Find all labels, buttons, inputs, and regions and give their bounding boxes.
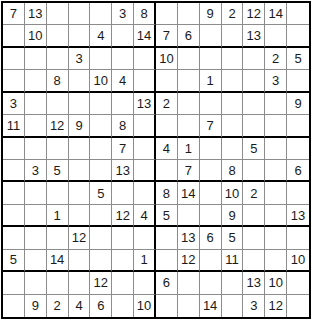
given-number: 2 (163, 97, 170, 110)
given-number: 10 (94, 74, 108, 87)
given-number: 10 (291, 253, 305, 266)
grid-cell[interactable]: 4 (112, 70, 134, 92)
grid-cell[interactable]: 8 (112, 115, 134, 137)
grid-cell[interactable] (3, 205, 25, 227)
given-number: 6 (294, 164, 301, 177)
grid-cell[interactable] (222, 48, 244, 70)
grid-cell[interactable] (25, 250, 47, 272)
grid-cell[interactable]: 1 (178, 138, 200, 160)
given-number: 1 (207, 74, 214, 87)
grid-cell[interactable]: 14 (265, 3, 287, 25)
grid-cell[interactable]: 6 (156, 272, 178, 294)
given-number: 6 (207, 231, 214, 244)
grid-cell[interactable] (25, 138, 47, 160)
grid-cell[interactable]: 10 (134, 295, 156, 317)
given-number: 3 (250, 299, 257, 312)
grid-cell[interactable] (112, 272, 134, 294)
given-number: 13 (247, 29, 261, 42)
grid-cell[interactable] (156, 115, 178, 137)
grid-cell[interactable] (134, 138, 156, 160)
given-number: 10 (28, 29, 42, 42)
grid-cell[interactable] (265, 115, 287, 137)
given-number: 3 (119, 7, 126, 20)
grid-cell[interactable] (287, 3, 309, 25)
grid-cell[interactable] (69, 182, 91, 204)
given-number: 13 (115, 164, 129, 177)
grid-cell[interactable]: 1 (47, 205, 69, 227)
grid-cell[interactable] (134, 227, 156, 249)
given-number: 8 (228, 164, 235, 177)
page: 7133892121410414761331025810413313291112… (0, 0, 312, 320)
grid-cell[interactable] (200, 25, 222, 47)
grid-cell[interactable]: 11 (3, 115, 25, 137)
grid-cell[interactable] (200, 205, 222, 227)
grid-cell[interactable] (156, 250, 178, 272)
grid-cell[interactable]: 13 (25, 3, 47, 25)
grid-cell[interactable]: 9 (222, 205, 244, 227)
given-number: 14 (50, 253, 64, 266)
given-number: 10 (268, 276, 282, 289)
grid-cell[interactable]: 10 (287, 250, 309, 272)
given-number: 12 (115, 209, 129, 222)
grid-cell[interactable] (90, 115, 112, 137)
grid-cell[interactable]: 3 (3, 93, 25, 115)
given-number: 3 (272, 74, 279, 87)
given-number: 14 (137, 29, 151, 42)
given-number: 13 (28, 7, 42, 20)
grid-cell[interactable] (112, 250, 134, 272)
given-number: 5 (228, 231, 235, 244)
grid-cell[interactable] (47, 138, 69, 160)
grid-cell[interactable]: 5 (90, 182, 112, 204)
grid-cell[interactable]: 7 (178, 160, 200, 182)
given-number: 6 (97, 299, 104, 312)
given-number: 13 (181, 231, 195, 244)
grid-cell[interactable]: 14 (47, 250, 69, 272)
grid-cell[interactable]: 3 (25, 160, 47, 182)
grid-cell[interactable] (25, 182, 47, 204)
grid-cell[interactable] (178, 205, 200, 227)
grid-cell[interactable] (287, 182, 309, 204)
grid-cell[interactable] (69, 205, 91, 227)
grid-cell[interactable] (134, 272, 156, 294)
grid-cell[interactable] (222, 115, 244, 137)
grid-cell[interactable]: 14 (178, 182, 200, 204)
grid-cell[interactable]: 7 (200, 115, 222, 137)
grid-cell[interactable]: 3 (69, 48, 91, 70)
grid-cell[interactable]: 5 (287, 48, 309, 70)
grid-cell[interactable] (222, 272, 244, 294)
grid-cell[interactable]: 10 (265, 272, 287, 294)
grid-cell[interactable]: 12 (112, 205, 134, 227)
grid-cell[interactable] (156, 3, 178, 25)
grid-cell[interactable] (69, 25, 91, 47)
grid-cell[interactable] (3, 70, 25, 92)
grid-cell[interactable] (47, 182, 69, 204)
grid-cell[interactable] (265, 250, 287, 272)
grid-cell[interactable]: 8 (222, 160, 244, 182)
given-number: 1 (54, 209, 61, 222)
grid-cell[interactable] (134, 70, 156, 92)
grid-cell[interactable] (287, 138, 309, 160)
given-number: 4 (75, 299, 82, 312)
grid-cell[interactable] (3, 182, 25, 204)
given-number: 9 (32, 299, 39, 312)
grid-cell[interactable] (178, 70, 200, 92)
grid-cell[interactable]: 10 (25, 25, 47, 47)
grid-cell[interactable]: 2 (222, 3, 244, 25)
grid-cell[interactable] (200, 93, 222, 115)
grid-cell[interactable]: 13 (287, 205, 309, 227)
grid-cell[interactable] (25, 48, 47, 70)
grid-cell[interactable]: 9 (200, 3, 222, 25)
grid-cell[interactable] (3, 160, 25, 182)
grid-cell[interactable] (265, 25, 287, 47)
grid-cell[interactable] (90, 205, 112, 227)
grid-cell[interactable]: 7 (3, 3, 25, 25)
given-number: 8 (140, 7, 147, 20)
grid-cell[interactable] (243, 48, 265, 70)
grid-cell[interactable] (265, 227, 287, 249)
grid-cell[interactable] (156, 70, 178, 92)
grid-cell[interactable] (134, 115, 156, 137)
grid-cell[interactable] (178, 93, 200, 115)
grid-cell[interactable]: 6 (200, 227, 222, 249)
given-number: 14 (203, 299, 217, 312)
grid-cell[interactable]: 10 (222, 182, 244, 204)
grid-cell[interactable]: 9 (25, 295, 47, 317)
given-number: 8 (54, 74, 61, 87)
grid-cell[interactable] (3, 272, 25, 294)
grid-cell[interactable] (25, 70, 47, 92)
grid-cell[interactable] (47, 93, 69, 115)
grid-cell[interactable]: 5 (243, 138, 265, 160)
grid-cell[interactable] (265, 138, 287, 160)
grid-cell[interactable] (25, 93, 47, 115)
grid-cell[interactable]: 3 (265, 70, 287, 92)
grid-cell[interactable] (243, 160, 265, 182)
given-number: 6 (185, 29, 192, 42)
grid-cell[interactable] (200, 48, 222, 70)
given-number: 13 (247, 276, 261, 289)
grid-cell[interactable]: 10 (156, 48, 178, 70)
grid-cell[interactable]: 2 (156, 93, 178, 115)
grid-cell[interactable] (222, 70, 244, 92)
grid-cell[interactable] (222, 295, 244, 317)
given-number: 5 (10, 253, 17, 266)
grid-cell[interactable]: 6 (287, 160, 309, 182)
given-number: 10 (225, 187, 239, 200)
grid-cell[interactable] (134, 160, 156, 182)
grid-cell[interactable] (243, 115, 265, 137)
given-number: 2 (272, 52, 279, 65)
grid-cell[interactable]: 8 (156, 182, 178, 204)
grid-cell[interactable] (178, 295, 200, 317)
grid-cell[interactable] (3, 48, 25, 70)
given-number: 10 (159, 52, 173, 65)
grid-cell[interactable] (287, 70, 309, 92)
grid-cell[interactable] (200, 272, 222, 294)
grid-cell[interactable] (112, 93, 134, 115)
grid-cell[interactable] (69, 272, 91, 294)
grid-cell[interactable]: 5 (156, 205, 178, 227)
given-number: 12 (50, 119, 64, 132)
grid-cell[interactable] (243, 93, 265, 115)
grid-cell[interactable] (265, 205, 287, 227)
given-number: 3 (75, 52, 82, 65)
grid-cell[interactable] (265, 93, 287, 115)
grid-cell[interactable] (3, 227, 25, 249)
grid-cell[interactable]: 13 (134, 93, 156, 115)
grid-cell[interactable] (222, 93, 244, 115)
grid-cell[interactable]: 12 (178, 250, 200, 272)
grid-cell[interactable]: 13 (243, 25, 265, 47)
grid-cell[interactable] (178, 115, 200, 137)
grid-cell[interactable]: 5 (222, 227, 244, 249)
grid-cell[interactable] (222, 138, 244, 160)
grid-cell[interactable] (287, 227, 309, 249)
sudoku-board: 7133892121410414761331025810413313291112… (1, 1, 311, 319)
grid-cell[interactable] (3, 25, 25, 47)
grid-cell[interactable] (134, 182, 156, 204)
grid-cell[interactable] (25, 227, 47, 249)
given-number: 7 (163, 29, 170, 42)
grid-cell[interactable]: 4 (156, 138, 178, 160)
given-number: 7 (185, 164, 192, 177)
grid-cell[interactable]: 8 (134, 3, 156, 25)
given-number: 12 (268, 299, 282, 312)
grid-cell[interactable] (200, 138, 222, 160)
given-number: 1 (185, 142, 192, 155)
given-number: 5 (250, 142, 257, 155)
grid-cell[interactable]: 7 (112, 138, 134, 160)
grid-cell[interactable] (112, 227, 134, 249)
grid-cell[interactable] (112, 48, 134, 70)
grid-cell[interactable] (287, 25, 309, 47)
grid-cell[interactable]: 13 (178, 227, 200, 249)
grid-cell[interactable] (156, 227, 178, 249)
grid-cell[interactable] (47, 48, 69, 70)
given-number: 8 (119, 119, 126, 132)
grid-cell[interactable]: 4 (90, 25, 112, 47)
grid-cell[interactable] (243, 227, 265, 249)
grid-cell[interactable] (69, 70, 91, 92)
grid-cell[interactable] (243, 205, 265, 227)
given-number: 4 (97, 29, 104, 42)
grid-cell[interactable] (90, 250, 112, 272)
given-number: 8 (163, 187, 170, 200)
grid-cell[interactable]: 12 (69, 227, 91, 249)
grid-cell[interactable] (90, 160, 112, 182)
grid-cell[interactable] (69, 93, 91, 115)
grid-cell[interactable]: 5 (47, 160, 69, 182)
grid-cell[interactable]: 2 (243, 182, 265, 204)
given-number: 14 (268, 7, 282, 20)
grid-cell[interactable] (47, 227, 69, 249)
grid-cell[interactable]: 12 (265, 295, 287, 317)
grid-cell[interactable] (112, 182, 134, 204)
grid-cell[interactable] (3, 138, 25, 160)
grid-cell[interactable] (69, 250, 91, 272)
grid-cell[interactable]: 3 (112, 3, 134, 25)
given-number: 11 (225, 253, 239, 266)
grid-cell[interactable]: 11 (222, 250, 244, 272)
grid-cell[interactable] (200, 250, 222, 272)
grid-cell[interactable] (243, 250, 265, 272)
grid-cell[interactable] (90, 227, 112, 249)
grid-cell[interactable] (69, 138, 91, 160)
grid-cell[interactable]: 1 (134, 250, 156, 272)
grid-cell[interactable] (200, 182, 222, 204)
given-number: 13 (137, 97, 151, 110)
grid-cell[interactable] (265, 182, 287, 204)
given-number: 6 (163, 276, 170, 289)
grid-cell[interactable] (3, 295, 25, 317)
grid-cell[interactable]: 9 (69, 115, 91, 137)
grid-cell[interactable]: 4 (69, 295, 91, 317)
grid-cell[interactable] (112, 295, 134, 317)
given-number: 4 (140, 209, 147, 222)
grid-cell[interactable]: 4 (134, 205, 156, 227)
grid-cell[interactable] (25, 205, 47, 227)
grid-cell[interactable] (47, 272, 69, 294)
given-number: 9 (75, 119, 82, 132)
given-number: 7 (10, 7, 17, 20)
given-number: 5 (97, 187, 104, 200)
grid-cell[interactable]: 14 (134, 25, 156, 47)
given-number: 2 (228, 7, 235, 20)
given-number: 11 (7, 119, 21, 132)
grid-cell[interactable] (178, 48, 200, 70)
given-number: 9 (294, 97, 301, 110)
given-number: 2 (250, 187, 257, 200)
grid-cell[interactable]: 12 (243, 3, 265, 25)
grid-cell[interactable]: 9 (287, 93, 309, 115)
given-number: 3 (32, 164, 39, 177)
grid-cell[interactable] (112, 25, 134, 47)
given-number: 12 (181, 253, 195, 266)
grid-cell[interactable]: 13 (112, 160, 134, 182)
grid-cell[interactable]: 13 (243, 272, 265, 294)
given-number: 14 (181, 187, 195, 200)
grid-cell[interactable] (287, 272, 309, 294)
grid-cell[interactable]: 12 (90, 272, 112, 294)
grid-cell[interactable] (243, 70, 265, 92)
grid-cell[interactable] (265, 160, 287, 182)
given-number: 9 (207, 7, 214, 20)
grid-cell[interactable]: 6 (178, 25, 200, 47)
grid-cell[interactable]: 10 (90, 70, 112, 92)
given-number: 1 (140, 253, 147, 266)
given-number: 4 (163, 142, 170, 155)
grid-cell[interactable]: 7 (156, 25, 178, 47)
given-number: 9 (228, 209, 235, 222)
grid-cell[interactable]: 12 (47, 115, 69, 137)
grid-cell[interactable]: 6 (90, 295, 112, 317)
grid-cell[interactable] (287, 115, 309, 137)
given-number: 2 (54, 299, 61, 312)
grid-cell[interactable] (178, 3, 200, 25)
grid-cell[interactable] (156, 295, 178, 317)
grid-cell[interactable] (90, 138, 112, 160)
grid-cell[interactable] (25, 115, 47, 137)
given-number: 5 (294, 52, 301, 65)
given-number: 5 (163, 209, 170, 222)
grid-cell[interactable] (90, 3, 112, 25)
given-number: 13 (291, 209, 305, 222)
grid-cell[interactable] (90, 93, 112, 115)
given-number: 3 (10, 97, 17, 110)
grid-cell[interactable] (200, 160, 222, 182)
given-number: 7 (207, 119, 214, 132)
grid-cell[interactable]: 1 (200, 70, 222, 92)
grid-cell[interactable] (178, 272, 200, 294)
grid-cell[interactable] (47, 3, 69, 25)
grid-cell[interactable] (47, 25, 69, 47)
grid-cell[interactable]: 2 (265, 48, 287, 70)
given-number: 4 (119, 74, 126, 87)
given-number: 7 (119, 142, 126, 155)
grid-cell[interactable]: 2 (47, 295, 69, 317)
grid-cell[interactable]: 8 (47, 70, 69, 92)
grid-cell[interactable] (287, 295, 309, 317)
grid-cell[interactable] (90, 48, 112, 70)
given-number: 10 (137, 299, 151, 312)
given-number: 12 (247, 7, 261, 20)
grid-cell[interactable] (69, 3, 91, 25)
given-number: 5 (54, 164, 61, 177)
grid-cell[interactable] (69, 160, 91, 182)
grid-cell[interactable] (156, 160, 178, 182)
grid-cell[interactable]: 3 (243, 295, 265, 317)
given-number: 12 (94, 276, 108, 289)
grid-cell[interactable]: 5 (3, 250, 25, 272)
given-number: 12 (72, 231, 86, 244)
grid-cell[interactable]: 14 (200, 295, 222, 317)
grid-cell[interactable] (134, 48, 156, 70)
grid-cell[interactable] (25, 272, 47, 294)
grid-cell[interactable] (222, 25, 244, 47)
